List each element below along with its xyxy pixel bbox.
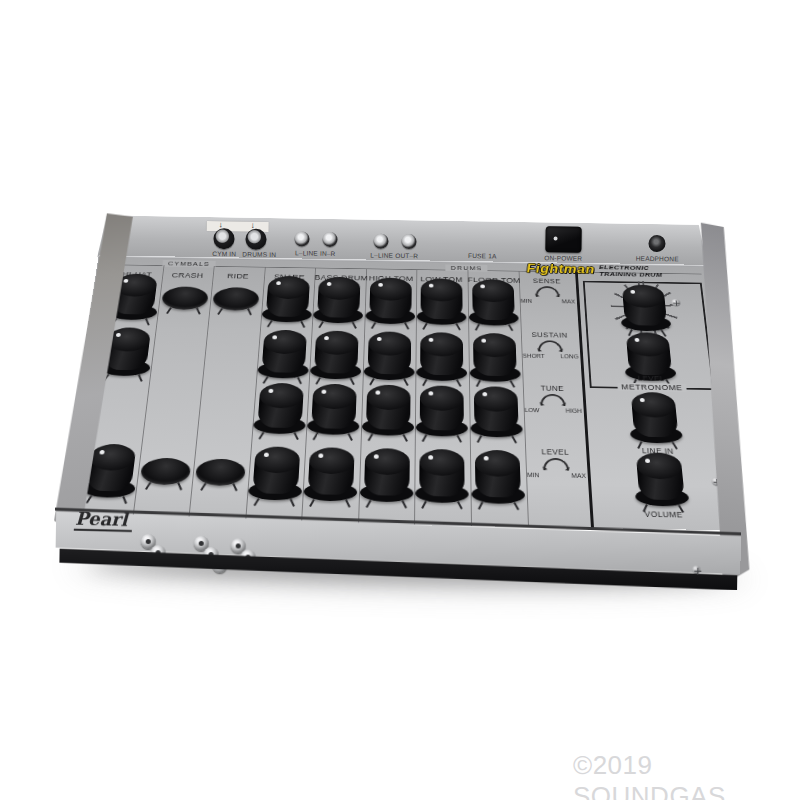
channel-strip-floor-tom: FLOOR TOM bbox=[467, 261, 527, 527]
min-label: SHORT bbox=[523, 353, 545, 359]
line-in-left-jack bbox=[294, 231, 309, 246]
channel-strip-low-tom: LOW TOM bbox=[414, 260, 470, 526]
low-tom-sense-knob bbox=[417, 278, 467, 325]
channel-strip-high-tom: HIGH TOM bbox=[358, 260, 416, 526]
bass-sense-knob bbox=[313, 277, 364, 324]
snare-sense-knob bbox=[262, 276, 314, 323]
product-photo: ↓ ↓ CYM IN DRUMS IN L–LINE IN–R L–LINE O… bbox=[0, 0, 800, 800]
metronome-label: METRONOME bbox=[617, 383, 686, 392]
floor-tom-sustain-knob bbox=[469, 333, 521, 382]
min-label: LOW bbox=[525, 407, 540, 413]
line-in-knob bbox=[627, 392, 683, 444]
drums-in-din-socket bbox=[245, 229, 266, 250]
high-tom-sense-knob bbox=[365, 277, 415, 324]
fightman-logo: Fightman bbox=[526, 262, 595, 276]
volume-knob-label: VOLUME bbox=[644, 510, 683, 520]
high-tom-tune-knob bbox=[362, 384, 415, 435]
channel-label: CRASH bbox=[162, 270, 213, 279]
tempo-knob bbox=[618, 284, 671, 331]
pearl-brand-logo: Pearl bbox=[74, 510, 132, 532]
crash-sense-knob bbox=[161, 286, 209, 310]
floor-tom-tune-knob bbox=[470, 386, 523, 437]
ride-level-knob bbox=[195, 459, 246, 486]
low-tom-level-knob bbox=[415, 449, 468, 503]
max-label: MAX bbox=[571, 472, 586, 478]
screw-icon bbox=[671, 299, 681, 307]
control-panel: CYMBALS DRUMS Fightman ELECTRONIC TRAINI… bbox=[58, 255, 738, 530]
watermark: ©2019 SOUNDGAS bbox=[573, 750, 800, 800]
snare-sustain-knob bbox=[257, 330, 311, 379]
dial-range-icon bbox=[543, 458, 569, 471]
low-tom-sustain-knob bbox=[416, 332, 467, 381]
max-label: MAX bbox=[562, 299, 576, 305]
product-logo-subtext: ELECTRONIC TRAINING DRUM bbox=[599, 263, 663, 278]
product-logo: Fightman ELECTRONIC TRAINING DRUM bbox=[526, 262, 662, 278]
line-out-label: L–LINE OUT–R bbox=[370, 252, 418, 260]
logo-line2: TRAINING DRUM bbox=[599, 271, 662, 279]
line-in-right-jack bbox=[322, 232, 337, 247]
high-tom-sustain-knob bbox=[364, 331, 415, 380]
level-range: MIN MAX bbox=[526, 472, 587, 479]
dial-range-icon bbox=[540, 394, 565, 406]
floor-tom-sense-knob bbox=[469, 279, 519, 326]
fuse-label: FUSE 1A bbox=[468, 252, 497, 259]
ride-sense-knob bbox=[212, 287, 260, 311]
bass-level-knob bbox=[303, 447, 358, 501]
power-label: ON-POWER bbox=[544, 254, 582, 262]
drum-unit: ↓ ↓ CYM IN DRUMS IN L–LINE IN–R L–LINE O… bbox=[0, 0, 800, 800]
bass-sustain-knob bbox=[310, 330, 362, 379]
min-label: MIN bbox=[527, 472, 539, 478]
headphone-jack bbox=[648, 235, 665, 252]
line-in-label: L–LINE IN–R bbox=[295, 249, 336, 257]
sustain-legend: SUSTAIN bbox=[521, 331, 579, 340]
cym-in-din-socket bbox=[213, 228, 234, 249]
line-out-left-jack bbox=[373, 234, 388, 249]
channel-label: RIDE bbox=[212, 271, 263, 280]
bass-tune-knob bbox=[307, 384, 361, 435]
switch-dot-icon bbox=[554, 236, 558, 240]
min-label: MIN bbox=[521, 298, 533, 304]
max-label: HIGH bbox=[565, 408, 582, 414]
snare-level-knob bbox=[248, 446, 304, 500]
low-tom-tune-knob bbox=[416, 385, 468, 436]
power-switch bbox=[545, 226, 581, 253]
floor-tom-level-knob bbox=[471, 450, 525, 504]
screw-icon bbox=[692, 566, 700, 574]
level-legend: LEVEL bbox=[525, 447, 586, 457]
dial-range-icon bbox=[538, 340, 563, 352]
sustain-range: SHORT LONG bbox=[522, 353, 580, 360]
snare-tune-knob bbox=[253, 383, 308, 434]
headphone-label: HEADPHONE bbox=[636, 255, 679, 263]
sense-range: MIN MAX bbox=[520, 298, 577, 304]
tune-legend: TUNE bbox=[523, 384, 582, 393]
max-label: LONG bbox=[560, 353, 578, 359]
volume-knob bbox=[632, 452, 690, 506]
line-out-right-jack bbox=[401, 234, 416, 249]
crash-level-knob bbox=[140, 458, 192, 485]
high-tom-level-knob bbox=[360, 448, 414, 502]
metronome-level-label: LEVEL bbox=[637, 374, 664, 383]
dial-range-icon bbox=[535, 286, 559, 297]
sense-legend: SENSE bbox=[519, 277, 575, 285]
tune-range: LOW HIGH bbox=[524, 407, 583, 414]
